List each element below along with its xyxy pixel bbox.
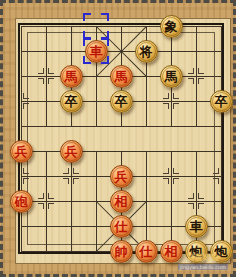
grid-line [171, 151, 172, 251]
point-marker-corner [173, 178, 179, 184]
point-marker-corner [163, 93, 169, 99]
selection-marker-corner [83, 13, 91, 21]
selection-marker-corner [83, 56, 91, 64]
selection-marker [83, 13, 109, 39]
point-marker-corner [38, 68, 44, 74]
point-marker [187, 192, 205, 210]
point-marker [62, 167, 80, 185]
grid-line [71, 151, 72, 251]
point-marker-corner [23, 103, 29, 109]
piece-black-horse[interactable]: 馬 [160, 65, 183, 88]
selection-marker-corner [101, 56, 109, 64]
piece-red-elephant[interactable]: 相 [110, 190, 133, 213]
point-marker-corner [48, 68, 54, 74]
selection-marker [83, 38, 109, 64]
point-marker-corner [63, 178, 69, 184]
grid-line [221, 26, 222, 251]
piece-red-advisor[interactable]: 仕 [135, 240, 158, 263]
point-marker-corner [198, 68, 204, 74]
xiangqi-board-window: 象車将馬馬馬卒卒卒兵兵兵砲相仕車帥仕相炮炮 百度经验 jingyan.baidu… [0, 0, 236, 277]
point-marker-corner [198, 203, 204, 209]
point-marker-corner [48, 193, 54, 199]
point-marker-corner [38, 78, 44, 84]
piece-red-horse[interactable]: 馬 [110, 65, 133, 88]
piece-black-soldier[interactable]: 卒 [110, 90, 133, 113]
selection-marker-corner [101, 13, 109, 21]
point-marker [212, 167, 230, 185]
piece-red-soldier[interactable]: 兵 [60, 140, 83, 163]
point-marker [37, 192, 55, 210]
piece-black-general[interactable]: 将 [135, 40, 158, 63]
point-marker-corner [173, 93, 179, 99]
point-marker [162, 92, 180, 110]
point-marker-corner [213, 178, 219, 184]
piece-black-cannon[interactable]: 炮 [210, 240, 233, 263]
piece-red-cannon[interactable]: 砲 [10, 190, 33, 213]
point-marker [12, 92, 30, 110]
point-marker-corner [188, 68, 194, 74]
point-marker-corner [48, 203, 54, 209]
point-marker [37, 67, 55, 85]
point-marker-corner [23, 168, 29, 174]
selection-marker-corner [83, 38, 91, 46]
point-marker-corner [173, 103, 179, 109]
piece-black-soldier[interactable]: 卒 [210, 90, 233, 113]
point-marker [162, 167, 180, 185]
point-marker-corner [23, 178, 29, 184]
point-marker-corner [163, 178, 169, 184]
point-marker-corner [188, 203, 194, 209]
point-marker-corner [23, 93, 29, 99]
piece-black-elephant[interactable]: 象 [160, 15, 183, 38]
board-layer: 象車将馬馬馬卒卒卒兵兵兵砲相仕車帥仕相炮炮 [3, 3, 233, 274]
piece-black-cannon[interactable]: 炮 [185, 240, 208, 263]
point-marker-corner [73, 178, 79, 184]
point-marker-corner [163, 103, 169, 109]
point-marker [12, 167, 30, 185]
point-marker-corner [48, 78, 54, 84]
piece-red-horse[interactable]: 馬 [60, 65, 83, 88]
piece-black-chariot[interactable]: 車 [185, 215, 208, 238]
point-marker-corner [213, 168, 219, 174]
grid-line [21, 26, 22, 251]
point-marker-corner [163, 168, 169, 174]
point-marker-corner [73, 168, 79, 174]
point-marker-corner [38, 193, 44, 199]
piece-red-soldier[interactable]: 兵 [110, 165, 133, 188]
point-marker [187, 67, 205, 85]
point-marker-corner [63, 168, 69, 174]
piece-red-advisor[interactable]: 仕 [110, 215, 133, 238]
piece-red-elephant[interactable]: 相 [160, 240, 183, 263]
piece-black-soldier[interactable]: 卒 [60, 90, 83, 113]
point-marker-corner [188, 193, 194, 199]
point-marker-corner [198, 78, 204, 84]
piece-red-general[interactable]: 帥 [110, 240, 133, 263]
point-marker-corner [173, 168, 179, 174]
point-marker-corner [188, 78, 194, 84]
piece-red-soldier[interactable]: 兵 [10, 140, 33, 163]
point-marker-corner [198, 193, 204, 199]
selection-marker-corner [101, 38, 109, 46]
point-marker-corner [38, 203, 44, 209]
grid-line [21, 126, 221, 127]
